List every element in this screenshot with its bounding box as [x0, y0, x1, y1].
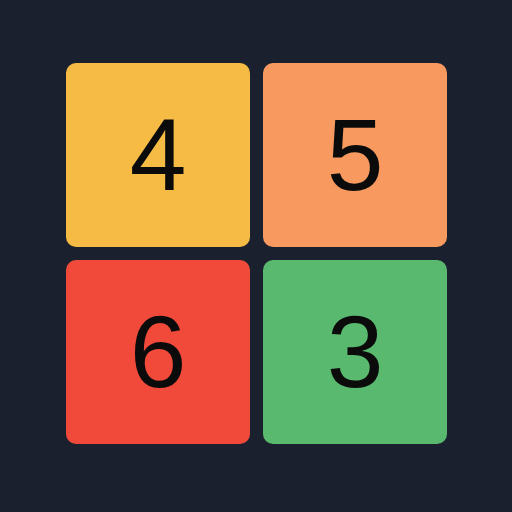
- tile-value: 4: [130, 104, 187, 206]
- tile-value: 3: [327, 301, 384, 403]
- tile-r1c0[interactable]: 6: [66, 260, 250, 444]
- tile-r0c1[interactable]: 5: [263, 63, 447, 247]
- tile-grid: 4 5 6 3: [66, 63, 447, 444]
- app-background: { "game": "2048-style number-tile merge …: [0, 0, 512, 512]
- tile-value: 6: [130, 301, 187, 403]
- tile-r1c1[interactable]: 3: [263, 260, 447, 444]
- tile-r0c0[interactable]: 4: [66, 63, 250, 247]
- tile-value: 5: [327, 104, 384, 206]
